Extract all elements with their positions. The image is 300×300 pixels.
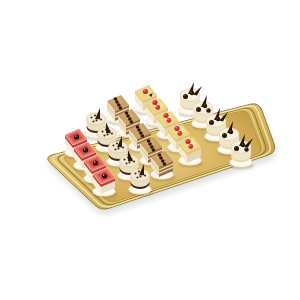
chocolate-sprinkle xyxy=(139,175,141,177)
chocolate-pearl xyxy=(222,133,227,138)
chocolate-sprinkle xyxy=(125,162,127,164)
currant-highlight xyxy=(153,101,155,103)
chocolate-sprinkle xyxy=(144,174,146,176)
chocolate-sprinkle xyxy=(90,116,92,118)
chocolate-bean xyxy=(159,156,163,160)
pearl-highlight xyxy=(197,108,198,109)
red-currant xyxy=(177,131,182,136)
chocolate-pearl xyxy=(102,173,107,178)
pearl-highlight xyxy=(235,147,236,148)
pearl-highlight xyxy=(84,148,86,150)
chocolate-sprinkle xyxy=(103,134,105,136)
currant-highlight xyxy=(167,119,169,121)
chocolate-pearl xyxy=(196,107,201,112)
pearl-highlight xyxy=(94,161,96,163)
pearl-highlight xyxy=(191,92,192,93)
chocolate-bean xyxy=(126,114,130,118)
pearl-highlight xyxy=(103,174,105,176)
pearl-highlight xyxy=(207,109,208,110)
chocolate-sprinkle xyxy=(95,119,97,121)
chocolate-sprinkle xyxy=(134,172,136,174)
currant-highlight xyxy=(186,140,188,142)
chocolate-bean xyxy=(119,106,123,110)
pearl-highlight xyxy=(223,134,224,135)
chocolate-sprinkle xyxy=(94,114,96,116)
pearl-highlight xyxy=(184,95,185,96)
chocolate-sprinkle xyxy=(133,160,135,162)
chocolate-sprinkle xyxy=(122,146,124,148)
pearl-highlight xyxy=(204,105,205,106)
pearl-highlight xyxy=(230,131,231,132)
currant-highlight xyxy=(144,90,146,92)
chocolate-bean xyxy=(130,120,134,124)
pearl-highlight xyxy=(210,121,211,122)
chocolate-pearl xyxy=(206,108,210,112)
currant-highlight xyxy=(189,145,191,147)
red-currant xyxy=(188,144,193,149)
chocolate-pearl xyxy=(93,160,98,165)
red-currant xyxy=(166,118,171,123)
dessert-tray-photo xyxy=(0,0,300,300)
red-currant xyxy=(174,126,179,131)
red-currant xyxy=(185,139,190,144)
chocolate-sprinkle xyxy=(128,161,130,163)
chocolate-pearl xyxy=(203,104,207,108)
chocolate-sprinkle xyxy=(123,158,125,160)
red-currant xyxy=(155,105,160,110)
currant-highlight xyxy=(164,114,166,116)
chocolate-bean xyxy=(141,134,145,138)
red-currant xyxy=(163,113,168,118)
chocolate-bean xyxy=(115,100,119,104)
chocolate-sprinkle xyxy=(116,142,118,144)
chocolate-pearl xyxy=(216,117,220,121)
chocolate-pearl xyxy=(229,130,233,134)
chocolate-sprinkle xyxy=(138,170,140,172)
chocolate-sprinkle xyxy=(117,147,119,149)
chocolate-pearl xyxy=(183,94,188,99)
chocolate-bean xyxy=(163,162,167,166)
chocolate-bean xyxy=(137,128,141,132)
chocolate-sprinkle xyxy=(106,133,108,135)
chocolate-sprinkle xyxy=(136,176,138,178)
currant-highlight xyxy=(178,132,180,134)
pearl-highlight xyxy=(245,148,246,149)
pearl-highlight xyxy=(75,135,77,137)
pearl-highlight xyxy=(242,144,243,145)
chocolate-pearl xyxy=(244,147,248,151)
chocolate-pearl xyxy=(83,147,88,152)
currant-highlight xyxy=(156,106,158,108)
chocolate-sprinkle xyxy=(111,132,113,134)
red-currant xyxy=(152,100,157,105)
chocolate-sprinkle xyxy=(100,118,102,120)
chocolate-sprinkle xyxy=(112,144,114,146)
chocolate-pearl xyxy=(234,146,239,151)
chocolate-pearl xyxy=(190,91,194,95)
scene-canvas xyxy=(0,0,300,300)
currant-highlight xyxy=(175,127,177,129)
chocolate-pearl xyxy=(209,120,214,125)
chocolate-sprinkle xyxy=(101,130,103,132)
chocolate-pearl xyxy=(241,143,245,147)
red-currant xyxy=(143,89,148,94)
chocolate-pearl xyxy=(74,134,79,139)
chocolate-sprinkle xyxy=(92,120,94,122)
chocolate-bean xyxy=(148,142,152,146)
chocolate-bean xyxy=(152,148,156,152)
chocolate-sprinkle xyxy=(114,148,116,150)
pearl-highlight xyxy=(217,118,218,119)
